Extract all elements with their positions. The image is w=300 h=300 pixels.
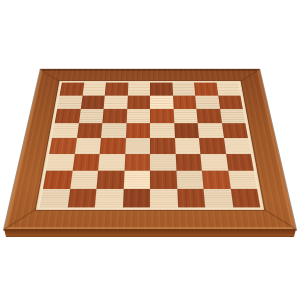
square-b5 <box>77 123 103 138</box>
square-d3 <box>124 154 150 171</box>
square-f3 <box>175 154 202 171</box>
square-h6 <box>220 109 246 123</box>
frame-miter-bottom-right <box>264 209 296 230</box>
square-f4 <box>175 138 201 154</box>
board-grid <box>40 83 261 208</box>
square-g3 <box>200 154 227 171</box>
square-a7 <box>57 95 82 108</box>
square-c3 <box>98 154 125 171</box>
square-a6 <box>55 109 81 123</box>
square-f1 <box>177 188 205 207</box>
square-c1 <box>95 188 123 207</box>
square-e3 <box>150 154 176 171</box>
square-d1 <box>122 188 150 207</box>
frame-miter-bottom-left <box>3 209 35 230</box>
square-d5 <box>126 123 151 138</box>
square-b1 <box>67 188 96 207</box>
square-h2 <box>228 171 257 189</box>
square-h7 <box>218 95 243 108</box>
square-h8 <box>216 83 240 96</box>
square-d2 <box>123 171 150 189</box>
square-e2 <box>150 171 177 189</box>
square-g6 <box>196 109 221 123</box>
square-b6 <box>79 109 104 123</box>
square-a2 <box>43 171 72 189</box>
square-e8 <box>150 83 173 96</box>
square-h3 <box>226 154 254 171</box>
square-g5 <box>198 123 224 138</box>
square-d6 <box>126 109 150 123</box>
square-a1 <box>40 188 70 207</box>
square-e7 <box>150 95 173 108</box>
square-f7 <box>173 95 197 108</box>
square-e6 <box>150 109 174 123</box>
square-g1 <box>203 188 232 207</box>
square-c5 <box>101 123 126 138</box>
playing-area <box>36 81 264 210</box>
photo-canvas <box>0 0 300 300</box>
square-a5 <box>52 123 79 138</box>
square-f5 <box>174 123 199 138</box>
square-c7 <box>104 95 128 108</box>
square-e1 <box>150 188 178 207</box>
square-g7 <box>195 95 219 108</box>
square-h1 <box>230 188 260 207</box>
square-a4 <box>49 138 76 154</box>
square-c2 <box>97 171 125 189</box>
square-d8 <box>127 83 150 96</box>
square-b3 <box>72 154 99 171</box>
frame-miter-top-right <box>241 69 261 81</box>
square-g8 <box>194 83 218 96</box>
square-d4 <box>125 138 150 154</box>
square-g2 <box>202 171 230 189</box>
square-f8 <box>172 83 195 96</box>
square-c6 <box>102 109 126 123</box>
square-b7 <box>80 95 104 108</box>
square-e4 <box>150 138 175 154</box>
square-f2 <box>176 171 204 189</box>
frame-miter-top-left <box>40 69 60 81</box>
square-b8 <box>82 83 106 96</box>
board-side-edge <box>4 229 296 237</box>
square-d7 <box>127 95 150 108</box>
square-a8 <box>60 83 84 96</box>
square-h4 <box>224 138 251 154</box>
square-a3 <box>46 154 74 171</box>
square-c8 <box>105 83 128 96</box>
square-f6 <box>173 109 197 123</box>
square-g4 <box>199 138 226 154</box>
square-b2 <box>70 171 98 189</box>
square-h5 <box>221 123 248 138</box>
square-e5 <box>150 123 175 138</box>
square-c4 <box>100 138 126 154</box>
chessboard <box>4 69 296 230</box>
square-b4 <box>74 138 101 154</box>
